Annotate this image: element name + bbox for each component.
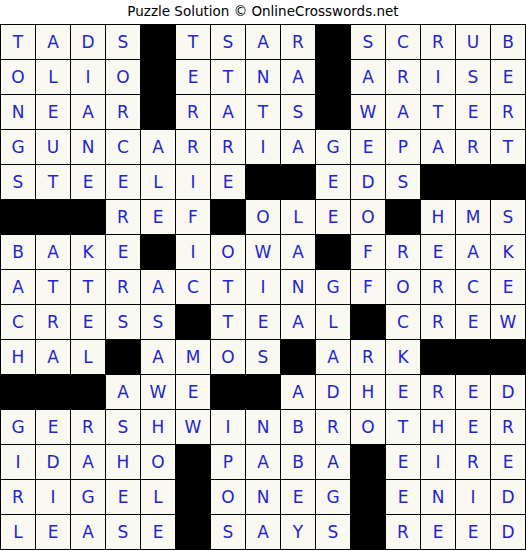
letter-cell: E bbox=[36, 95, 70, 129]
letter-cell: S bbox=[316, 515, 350, 549]
letter-cell: L bbox=[141, 165, 175, 199]
letter-cell: R bbox=[106, 200, 140, 234]
letter-cell: I bbox=[211, 410, 245, 444]
letter-cell: B bbox=[281, 445, 315, 479]
letter-cell: A bbox=[281, 60, 315, 94]
letter-cell: O bbox=[141, 445, 175, 479]
letter-cell: A bbox=[71, 515, 105, 549]
block-cell bbox=[351, 515, 385, 549]
letter-cell: E bbox=[351, 130, 385, 164]
letter-cell: S bbox=[1, 165, 35, 199]
letter-cell: B bbox=[1, 235, 35, 269]
letter-cell: B bbox=[491, 25, 525, 59]
letter-cell: K bbox=[491, 235, 525, 269]
letter-cell: R bbox=[176, 130, 210, 164]
letter-cell: C bbox=[456, 270, 490, 304]
letter-cell: O bbox=[351, 200, 385, 234]
letter-cell: L bbox=[1, 515, 35, 549]
block-cell bbox=[281, 165, 315, 199]
letter-cell: K bbox=[386, 340, 420, 374]
block-cell bbox=[36, 375, 70, 409]
block-cell bbox=[351, 480, 385, 514]
block-cell bbox=[491, 165, 525, 199]
block-cell bbox=[281, 340, 315, 374]
letter-cell: H bbox=[351, 375, 385, 409]
letter-cell: U bbox=[456, 25, 490, 59]
letter-cell: L bbox=[36, 60, 70, 94]
letter-cell: G bbox=[71, 480, 105, 514]
letter-cell: A bbox=[246, 445, 280, 479]
block-cell bbox=[421, 340, 455, 374]
block-cell bbox=[71, 375, 105, 409]
letter-cell: T bbox=[491, 130, 525, 164]
letter-cell: T bbox=[386, 410, 420, 444]
letter-cell: I bbox=[1, 445, 35, 479]
letter-cell: O bbox=[1, 60, 35, 94]
letter-cell: A bbox=[246, 515, 280, 549]
letter-cell: A bbox=[141, 340, 175, 374]
block-cell bbox=[316, 95, 350, 129]
letter-cell: N bbox=[246, 60, 280, 94]
letter-cell: A bbox=[281, 235, 315, 269]
letter-cell: P bbox=[386, 130, 420, 164]
block-cell bbox=[456, 165, 490, 199]
letter-cell: L bbox=[316, 305, 350, 339]
letter-cell: G bbox=[316, 480, 350, 514]
letter-cell: A bbox=[386, 95, 420, 129]
letter-cell: R bbox=[456, 445, 490, 479]
letter-cell: A bbox=[71, 95, 105, 129]
block-cell bbox=[491, 340, 525, 374]
letter-cell: E bbox=[141, 515, 175, 549]
letter-cell: E bbox=[491, 60, 525, 94]
letter-cell: E bbox=[176, 60, 210, 94]
letter-cell: N bbox=[246, 480, 280, 514]
letter-cell: L bbox=[281, 200, 315, 234]
letter-cell: A bbox=[281, 305, 315, 339]
block-cell bbox=[106, 340, 140, 374]
letter-cell: D bbox=[351, 165, 385, 199]
block-cell bbox=[176, 305, 210, 339]
letter-cell: N bbox=[1, 95, 35, 129]
letter-cell: E bbox=[386, 445, 420, 479]
letter-cell: U bbox=[36, 130, 70, 164]
letter-cell: R bbox=[351, 340, 385, 374]
letter-cell: I bbox=[246, 270, 280, 304]
letter-cell: A bbox=[351, 60, 385, 94]
letter-cell: T bbox=[36, 165, 70, 199]
letter-cell: W bbox=[176, 410, 210, 444]
letter-cell: S bbox=[281, 95, 315, 129]
letter-cell: H bbox=[421, 410, 455, 444]
letter-cell: C bbox=[176, 270, 210, 304]
letter-cell: G bbox=[316, 130, 350, 164]
block-cell bbox=[71, 200, 105, 234]
block-cell bbox=[211, 375, 245, 409]
letter-cell: C bbox=[386, 305, 420, 339]
letter-cell: A bbox=[421, 130, 455, 164]
puzzle-title: Puzzle Solution © OnlineCrosswords.net bbox=[0, 0, 526, 24]
letter-cell: E bbox=[106, 165, 140, 199]
letter-cell: E bbox=[456, 375, 490, 409]
letter-cell: S bbox=[386, 165, 420, 199]
letter-cell: G bbox=[1, 410, 35, 444]
letter-cell: R bbox=[456, 130, 490, 164]
block-cell bbox=[316, 25, 350, 59]
letter-cell: A bbox=[281, 130, 315, 164]
letter-cell: D bbox=[491, 515, 525, 549]
block-cell bbox=[176, 480, 210, 514]
letter-cell: E bbox=[491, 270, 525, 304]
letter-cell: E bbox=[246, 305, 280, 339]
letter-cell: G bbox=[1, 130, 35, 164]
letter-cell: E bbox=[456, 95, 490, 129]
letter-cell: A bbox=[36, 25, 70, 59]
letter-cell: N bbox=[421, 480, 455, 514]
letter-cell: O bbox=[246, 200, 280, 234]
letter-cell: T bbox=[176, 25, 210, 59]
letter-cell: R bbox=[71, 410, 105, 444]
letter-cell: P bbox=[211, 445, 245, 479]
letter-cell: R bbox=[491, 95, 525, 129]
letter-cell: K bbox=[71, 235, 105, 269]
block-cell bbox=[386, 200, 420, 234]
letter-cell: S bbox=[211, 515, 245, 549]
letter-cell: R bbox=[36, 305, 70, 339]
letter-cell: A bbox=[141, 270, 175, 304]
letter-cell: E bbox=[386, 480, 420, 514]
letter-cell: W bbox=[351, 95, 385, 129]
letter-cell: O bbox=[211, 480, 245, 514]
letter-cell: R bbox=[421, 270, 455, 304]
letter-cell: Y bbox=[281, 515, 315, 549]
letter-cell: I bbox=[456, 480, 490, 514]
letter-cell: T bbox=[246, 95, 280, 129]
letter-cell: F bbox=[351, 235, 385, 269]
letter-cell: A bbox=[36, 235, 70, 269]
crossword-grid: TADSTSARSCRUBOLIOETNAARISENEARRATSWATERG… bbox=[0, 24, 526, 550]
letter-cell: C bbox=[386, 25, 420, 59]
letter-cell: R bbox=[211, 130, 245, 164]
letter-cell: E bbox=[211, 165, 245, 199]
letter-cell: T bbox=[211, 305, 245, 339]
letter-cell: S bbox=[491, 200, 525, 234]
letter-cell: L bbox=[71, 340, 105, 374]
letter-cell: F bbox=[176, 200, 210, 234]
block-cell bbox=[1, 200, 35, 234]
block-cell bbox=[316, 60, 350, 94]
letter-cell: S bbox=[211, 25, 245, 59]
block-cell bbox=[141, 95, 175, 129]
letter-cell: S bbox=[106, 25, 140, 59]
letter-cell: W bbox=[141, 375, 175, 409]
letter-cell: A bbox=[141, 130, 175, 164]
letter-cell: C bbox=[106, 130, 140, 164]
letter-cell: S bbox=[141, 305, 175, 339]
letter-cell: E bbox=[36, 410, 70, 444]
block-cell bbox=[141, 235, 175, 269]
letter-cell: N bbox=[71, 130, 105, 164]
letter-cell: M bbox=[176, 340, 210, 374]
letter-cell: A bbox=[281, 375, 315, 409]
letter-cell: O bbox=[211, 235, 245, 269]
letter-cell: G bbox=[316, 270, 350, 304]
block-cell bbox=[351, 305, 385, 339]
letter-cell: B bbox=[281, 410, 315, 444]
letter-cell: T bbox=[421, 95, 455, 129]
letter-cell: W bbox=[246, 235, 280, 269]
block-cell bbox=[1, 375, 35, 409]
letter-cell: A bbox=[1, 270, 35, 304]
letter-cell: D bbox=[316, 375, 350, 409]
letter-cell: S bbox=[246, 340, 280, 374]
letter-cell: T bbox=[211, 270, 245, 304]
letter-cell: E bbox=[106, 235, 140, 269]
block-cell bbox=[176, 515, 210, 549]
letter-cell: R bbox=[176, 95, 210, 129]
letter-cell: T bbox=[1, 25, 35, 59]
letter-cell: R bbox=[421, 375, 455, 409]
letter-cell: O bbox=[351, 410, 385, 444]
block-cell bbox=[211, 200, 245, 234]
letter-cell: S bbox=[106, 305, 140, 339]
letter-cell: E bbox=[456, 515, 490, 549]
letter-cell: I bbox=[421, 445, 455, 479]
letter-cell: E bbox=[316, 200, 350, 234]
letter-cell: I bbox=[71, 60, 105, 94]
letter-cell: S bbox=[456, 60, 490, 94]
letter-cell: R bbox=[106, 270, 140, 304]
letter-cell: H bbox=[1, 340, 35, 374]
letter-cell: D bbox=[491, 375, 525, 409]
letter-cell: A bbox=[106, 375, 140, 409]
letter-cell: D bbox=[36, 445, 70, 479]
letter-cell: E bbox=[316, 165, 350, 199]
letter-cell: A bbox=[211, 95, 245, 129]
letter-cell: S bbox=[351, 25, 385, 59]
letter-cell: E bbox=[71, 165, 105, 199]
block-cell bbox=[351, 445, 385, 479]
letter-cell: I bbox=[421, 60, 455, 94]
letter-cell: I bbox=[176, 165, 210, 199]
letter-cell: A bbox=[316, 445, 350, 479]
letter-cell: I bbox=[176, 235, 210, 269]
letter-cell: R bbox=[421, 305, 455, 339]
letter-cell: R bbox=[106, 95, 140, 129]
block-cell bbox=[141, 60, 175, 94]
letter-cell: H bbox=[106, 445, 140, 479]
letter-cell: H bbox=[141, 410, 175, 444]
letter-cell: R bbox=[386, 60, 420, 94]
letter-cell: O bbox=[211, 340, 245, 374]
block-cell bbox=[421, 165, 455, 199]
letter-cell: C bbox=[1, 305, 35, 339]
letter-cell: S bbox=[106, 410, 140, 444]
letter-cell: A bbox=[316, 340, 350, 374]
letter-cell: T bbox=[211, 60, 245, 94]
letter-cell: M bbox=[456, 200, 490, 234]
letter-cell: E bbox=[491, 445, 525, 479]
letter-cell: R bbox=[386, 235, 420, 269]
letter-cell: E bbox=[71, 305, 105, 339]
letter-cell: E bbox=[421, 235, 455, 269]
letter-cell: E bbox=[106, 480, 140, 514]
letter-cell: I bbox=[36, 480, 70, 514]
letter-cell: E bbox=[386, 375, 420, 409]
letter-cell: N bbox=[281, 270, 315, 304]
letter-cell: R bbox=[281, 25, 315, 59]
letter-cell: E bbox=[456, 305, 490, 339]
letter-cell: N bbox=[246, 410, 280, 444]
letter-cell: E bbox=[176, 375, 210, 409]
letter-cell: E bbox=[281, 480, 315, 514]
block-cell bbox=[316, 235, 350, 269]
letter-cell: T bbox=[36, 270, 70, 304]
block-cell bbox=[246, 375, 280, 409]
letter-cell: R bbox=[1, 480, 35, 514]
letter-cell: S bbox=[106, 515, 140, 549]
letter-cell: A bbox=[456, 235, 490, 269]
letter-cell: O bbox=[386, 270, 420, 304]
letter-cell: O bbox=[106, 60, 140, 94]
letter-cell: L bbox=[141, 480, 175, 514]
letter-cell: I bbox=[246, 130, 280, 164]
letter-cell: R bbox=[421, 25, 455, 59]
block-cell bbox=[456, 340, 490, 374]
letter-cell: E bbox=[36, 515, 70, 549]
letter-cell: E bbox=[141, 200, 175, 234]
letter-cell: E bbox=[421, 515, 455, 549]
block-cell bbox=[246, 165, 280, 199]
letter-cell: F bbox=[351, 270, 385, 304]
letter-cell: W bbox=[491, 305, 525, 339]
block-cell bbox=[36, 200, 70, 234]
letter-cell: R bbox=[386, 515, 420, 549]
letter-cell: A bbox=[246, 25, 280, 59]
letter-cell: R bbox=[316, 410, 350, 444]
letter-cell: H bbox=[421, 200, 455, 234]
letter-cell: D bbox=[491, 480, 525, 514]
letter-cell: R bbox=[491, 410, 525, 444]
letter-cell: T bbox=[71, 270, 105, 304]
block-cell bbox=[141, 25, 175, 59]
block-cell bbox=[176, 445, 210, 479]
letter-cell: E bbox=[456, 410, 490, 444]
letter-cell: A bbox=[36, 340, 70, 374]
letter-cell: D bbox=[71, 25, 105, 59]
letter-cell: A bbox=[71, 445, 105, 479]
